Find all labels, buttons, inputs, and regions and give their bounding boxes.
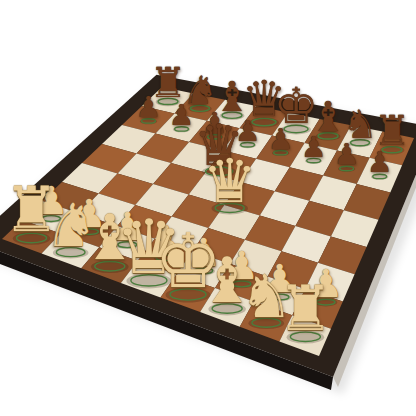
piece-white-rook-h1[interactable]: ♜	[277, 278, 333, 341]
photo-background: ♜♞♝♛♚♝♞♜♟♟♟♟♟♟♟♟♛♛♟♟♟♟♟♟♟♟♜♞♝♛♚♝♞♜	[0, 0, 416, 416]
piece-white-queen-e5[interactable]: ♛	[203, 151, 257, 212]
piece-black-pawn-f7[interactable]: ♟	[301, 133, 327, 162]
piece-black-pawn-b7[interactable]: ♟	[169, 101, 195, 130]
piece-black-pawn-a7[interactable]: ♟	[136, 93, 162, 122]
piece-black-pawn-g7[interactable]: ♟	[334, 140, 360, 169]
piece-black-pawn-h7[interactable]: ♟	[367, 148, 393, 177]
piece-black-pawn-e7[interactable]: ♟	[268, 125, 294, 154]
